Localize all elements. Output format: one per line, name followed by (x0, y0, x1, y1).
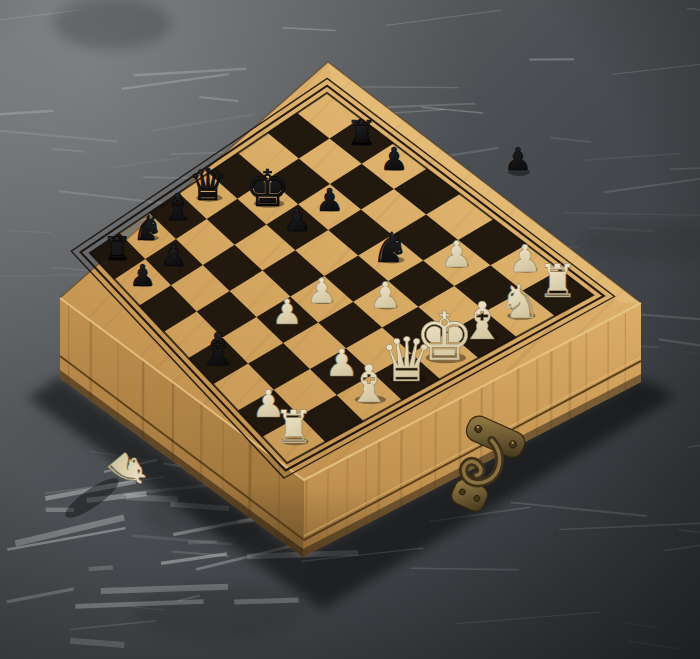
scene-svg: ♜♟♛♚♟♝♟♞♜♞♟♟♟♟♜♟♟♞♟♝♚♝♟♛♝♟♜ ♞♟ (0, 0, 700, 659)
chess-box-photo-scene: ♜♟♛♚♟♝♟♞♜♞♟♟♟♟♜♟♟♞♟♝♚♝♟♛♝♟♜ ♞♟ (0, 0, 700, 659)
photo-vignette (0, 0, 700, 659)
